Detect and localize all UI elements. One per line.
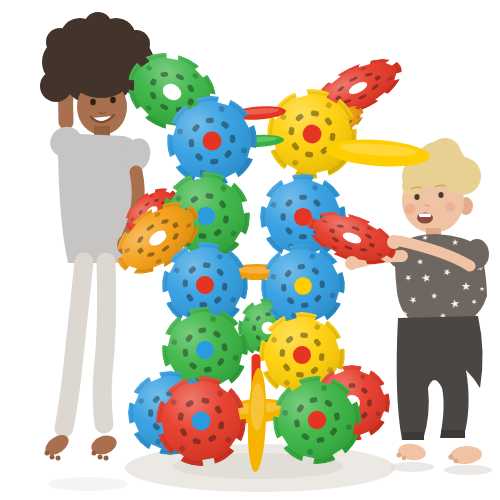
toddler-toe: [402, 456, 407, 461]
girl-fringe: [73, 62, 129, 98]
toddler-right-eye: [438, 192, 443, 198]
toddler-toe: [397, 453, 402, 458]
shirt-star: ★: [451, 238, 458, 247]
shirt-star: ★: [416, 257, 425, 267]
girl-toe: [56, 456, 61, 461]
toddler-left-foot: [397, 442, 427, 462]
girl-left-eye: [90, 99, 96, 105]
girl-right-leg: [102, 262, 106, 424]
shirt-star: ★: [402, 310, 408, 318]
shirt-star: ★: [479, 285, 484, 292]
toddler-shadow-right: [444, 465, 492, 475]
toddler-left-hand: [387, 235, 401, 249]
girl-left-leg: [64, 262, 84, 428]
toddler-hair-tuft: [402, 176, 422, 196]
girl-toe: [92, 451, 97, 456]
toddler-cuff: [403, 432, 424, 440]
toddler-right-hand: [345, 256, 359, 270]
scene-illustration: ★★★★★★★★★★★★★★★★★★: [0, 0, 500, 500]
toy-structure: [103, 38, 430, 474]
toddler-left-eye: [414, 194, 419, 200]
toddler-cheek: [405, 204, 416, 215]
girl-toe: [45, 451, 50, 456]
toddler-teeth: [419, 214, 431, 218]
product-photo: ★★★★★★★★★★★★★★★★★★: [0, 0, 500, 500]
girl-shadow: [48, 477, 128, 491]
toddler-cheek: [445, 202, 455, 212]
toddler-cuff: [441, 430, 465, 438]
girl-toe: [104, 456, 109, 461]
toddler-shadow-left: [390, 462, 434, 472]
girl-toe: [98, 455, 103, 460]
girl-toe: [50, 455, 55, 460]
shirt-star: ★: [461, 280, 471, 293]
toddler-toe: [448, 454, 453, 459]
girl-right-eye: [110, 97, 116, 103]
toddler-toe: [454, 459, 459, 464]
toddler-pants: [397, 316, 483, 440]
toddler-hair-tuft: [447, 170, 471, 194]
